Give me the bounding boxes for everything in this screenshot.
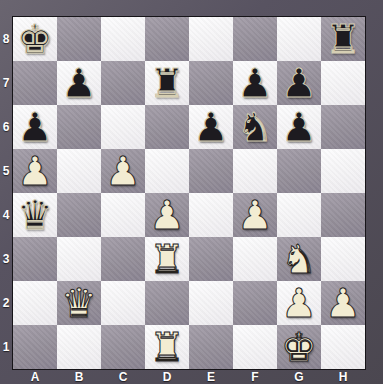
- rank-label-7: 7: [0, 61, 12, 105]
- square-d8[interactable]: [145, 17, 189, 61]
- square-h8[interactable]: ♜: [321, 17, 365, 61]
- square-a3[interactable]: [13, 237, 57, 281]
- piece-black-rook[interactable]: ♜: [149, 61, 185, 105]
- square-c7[interactable]: [101, 61, 145, 105]
- piece-white-pawn[interactable]: ♟: [325, 281, 361, 325]
- piece-black-pawn[interactable]: ♟: [193, 105, 229, 149]
- rank-label-1: 1: [0, 325, 12, 369]
- piece-white-queen[interactable]: ♛: [61, 281, 97, 325]
- square-c6[interactable]: [101, 105, 145, 149]
- square-a8[interactable]: ♚: [13, 17, 57, 61]
- square-a5[interactable]: ♟: [13, 149, 57, 193]
- piece-black-knight[interactable]: ♞: [237, 105, 273, 149]
- square-f6[interactable]: ♞: [233, 105, 277, 149]
- square-c8[interactable]: [101, 17, 145, 61]
- rank-label-8: 8: [0, 17, 12, 61]
- square-f5[interactable]: [233, 149, 277, 193]
- piece-white-pawn[interactable]: ♟: [237, 193, 273, 237]
- square-e4[interactable]: [189, 193, 233, 237]
- piece-black-pawn[interactable]: ♟: [281, 105, 317, 149]
- file-label-g: G: [277, 369, 321, 384]
- square-d1[interactable]: ♜: [145, 325, 189, 369]
- square-d3[interactable]: ♜: [145, 237, 189, 281]
- rank-label-4: 4: [0, 193, 12, 237]
- piece-white-pawn[interactable]: ♟: [281, 281, 317, 325]
- square-e8[interactable]: [189, 17, 233, 61]
- square-f4[interactable]: ♟: [233, 193, 277, 237]
- square-c4[interactable]: [101, 193, 145, 237]
- square-d4[interactable]: ♟: [145, 193, 189, 237]
- square-g7[interactable]: ♟: [277, 61, 321, 105]
- file-label-b: B: [57, 369, 101, 384]
- square-g1[interactable]: ♚: [277, 325, 321, 369]
- square-c2[interactable]: [101, 281, 145, 325]
- file-label-d: D: [145, 369, 189, 384]
- file-label-e: E: [189, 369, 233, 384]
- square-e6[interactable]: ♟: [189, 105, 233, 149]
- square-h7[interactable]: [321, 61, 365, 105]
- square-b2[interactable]: ♛: [57, 281, 101, 325]
- square-c1[interactable]: [101, 325, 145, 369]
- square-b8[interactable]: [57, 17, 101, 61]
- square-b6[interactable]: [57, 105, 101, 149]
- square-h3[interactable]: [321, 237, 365, 281]
- square-f7[interactable]: ♟: [233, 61, 277, 105]
- chess-app-window: ♚♜♟♜♟♟♟♟♞♟♟♟♛♟♟♜♞♛♟♟♜♚ 87654321 ABCDEFGH: [0, 0, 383, 384]
- square-b4[interactable]: [57, 193, 101, 237]
- square-e3[interactable]: [189, 237, 233, 281]
- square-e2[interactable]: [189, 281, 233, 325]
- file-label-f: F: [233, 369, 277, 384]
- square-f2[interactable]: [233, 281, 277, 325]
- file-label-c: C: [101, 369, 145, 384]
- square-a7[interactable]: [13, 61, 57, 105]
- square-g3[interactable]: ♞: [277, 237, 321, 281]
- square-c3[interactable]: [101, 237, 145, 281]
- square-d2[interactable]: [145, 281, 189, 325]
- chess-board: ♚♜♟♜♟♟♟♟♞♟♟♟♛♟♟♜♞♛♟♟♜♚: [12, 16, 366, 370]
- square-f3[interactable]: [233, 237, 277, 281]
- rank-label-5: 5: [0, 149, 12, 193]
- square-a2[interactable]: [13, 281, 57, 325]
- piece-white-pawn[interactable]: ♟: [149, 193, 185, 237]
- file-label-h: H: [321, 369, 365, 384]
- square-e1[interactable]: [189, 325, 233, 369]
- square-a6[interactable]: ♟: [13, 105, 57, 149]
- rank-label-3: 3: [0, 237, 12, 281]
- rank-label-6: 6: [0, 105, 12, 149]
- square-g6[interactable]: ♟: [277, 105, 321, 149]
- square-f8[interactable]: [233, 17, 277, 61]
- square-a1[interactable]: [13, 325, 57, 369]
- square-a4[interactable]: ♛: [13, 193, 57, 237]
- piece-white-pawn[interactable]: ♟: [17, 149, 53, 193]
- piece-black-pawn[interactable]: ♟: [281, 61, 317, 105]
- piece-black-pawn[interactable]: ♟: [237, 61, 273, 105]
- piece-white-rook[interactable]: ♜: [149, 237, 185, 281]
- square-g2[interactable]: ♟: [277, 281, 321, 325]
- square-e5[interactable]: [189, 149, 233, 193]
- square-f1[interactable]: [233, 325, 277, 369]
- piece-black-rook[interactable]: ♜: [325, 17, 361, 61]
- piece-black-pawn[interactable]: ♟: [61, 61, 97, 105]
- square-h5[interactable]: [321, 149, 365, 193]
- square-h2[interactable]: ♟: [321, 281, 365, 325]
- rank-label-2: 2: [0, 281, 12, 325]
- piece-black-pawn[interactable]: ♟: [17, 105, 53, 149]
- square-d5[interactable]: [145, 149, 189, 193]
- square-g8[interactable]: [277, 17, 321, 61]
- square-h6[interactable]: [321, 105, 365, 149]
- piece-black-queen[interactable]: ♛: [17, 193, 53, 237]
- square-c5[interactable]: ♟: [101, 149, 145, 193]
- square-b7[interactable]: ♟: [57, 61, 101, 105]
- piece-white-knight[interactable]: ♞: [281, 237, 317, 281]
- file-label-a: A: [13, 369, 57, 384]
- square-h1[interactable]: [321, 325, 365, 369]
- square-g4[interactable]: [277, 193, 321, 237]
- square-h4[interactable]: [321, 193, 365, 237]
- piece-white-pawn[interactable]: ♟: [105, 149, 141, 193]
- piece-black-king[interactable]: ♚: [17, 17, 53, 61]
- square-b3[interactable]: [57, 237, 101, 281]
- piece-white-rook[interactable]: ♜: [149, 325, 185, 369]
- square-d7[interactable]: ♜: [145, 61, 189, 105]
- square-d6[interactable]: [145, 105, 189, 149]
- square-g5[interactable]: [277, 149, 321, 193]
- square-b1[interactable]: [57, 325, 101, 369]
- square-b5[interactable]: [57, 149, 101, 193]
- square-e7[interactable]: [189, 61, 233, 105]
- piece-white-king[interactable]: ♚: [281, 325, 317, 369]
